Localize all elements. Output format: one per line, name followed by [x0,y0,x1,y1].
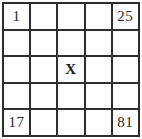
cell-r3c1 [4,57,29,82]
cell-r2c1 [4,31,29,56]
cell-r1c5: 25 [113,4,138,29]
cell-r1c2 [31,4,56,29]
cell-r2c5 [113,31,138,56]
cell-r4c5 [113,84,138,109]
cell-r3c2 [31,57,56,82]
cell-r5c3 [58,110,83,135]
cell-r5c1: 17 [4,110,29,135]
cell-r1c1: 1 [4,4,29,29]
cell-r5c2 [31,110,56,135]
cell-r3c4 [86,57,111,82]
cell-r2c2 [31,31,56,56]
cell-r1c4 [86,4,111,29]
puzzle-grid: 125X1781 [2,2,140,137]
cell-r4c2 [31,84,56,109]
cell-r3c5 [113,57,138,82]
cell-r2c4 [86,31,111,56]
cell-r4c1 [4,84,29,109]
cell-r5c4 [86,110,111,135]
cell-r1c3 [58,4,83,29]
cell-r4c4 [86,84,111,109]
puzzle-board-wrapper: 125X1781 [2,2,140,137]
cell-r5c5: 81 [113,110,138,135]
cell-r4c3 [58,84,83,109]
cell-r3c3: X [58,57,83,82]
cell-r2c3 [58,31,83,56]
